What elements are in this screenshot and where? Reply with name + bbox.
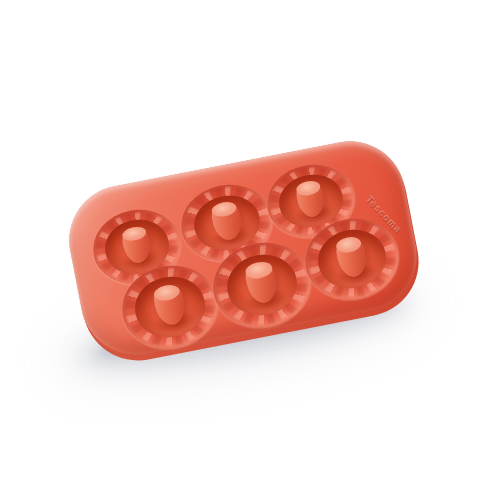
product-photo-scene: Tescoma	[0, 0, 500, 500]
